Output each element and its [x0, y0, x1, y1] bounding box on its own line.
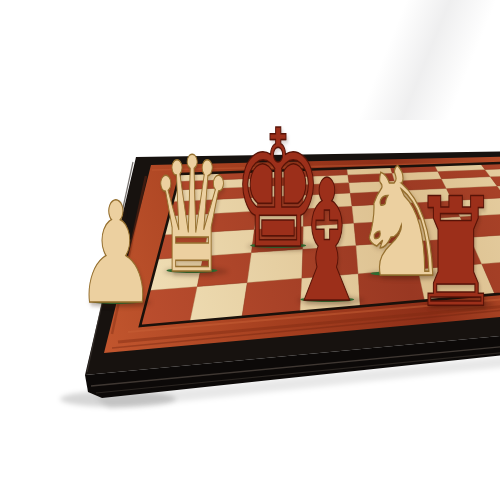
chess-set-photo: ♚♛♞♝♟♜ — [0, 0, 500, 500]
piece-cream-pawn: ♟ — [76, 184, 156, 324]
piece-red-rook: ♜ — [412, 178, 500, 328]
pieces-layer: ♚♛♞♝♟♜ — [0, 0, 500, 500]
piece-cream-queen: ♛ — [150, 136, 233, 296]
piece-red-bishop: ♝ — [283, 158, 370, 326]
